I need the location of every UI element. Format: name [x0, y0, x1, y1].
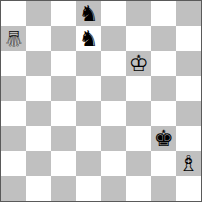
piece-white-king[interactable]: ♔: [129, 51, 149, 76]
square-c3[interactable]: [51, 126, 76, 151]
square-a2[interactable]: [1, 151, 26, 176]
square-e2[interactable]: [101, 151, 126, 176]
square-f8[interactable]: [126, 1, 151, 26]
piece-black-king[interactable]: ♚: [154, 126, 174, 151]
square-d5[interactable]: [76, 76, 101, 101]
square-f3[interactable]: [126, 126, 151, 151]
square-h8[interactable]: [176, 1, 201, 26]
piece-black-knight[interactable]: ♞: [79, 26, 99, 51]
square-a5[interactable]: [1, 76, 26, 101]
square-b3[interactable]: [26, 126, 51, 151]
square-f5[interactable]: [126, 76, 151, 101]
square-f4[interactable]: [126, 101, 151, 126]
piece-white-bishop[interactable]: ♗: [179, 151, 199, 176]
square-g7[interactable]: [151, 26, 176, 51]
square-d7[interactable]: ♞: [76, 26, 101, 51]
square-h7[interactable]: [176, 26, 201, 51]
square-e1[interactable]: [101, 176, 126, 201]
square-a8[interactable]: [1, 1, 26, 26]
square-e3[interactable]: [101, 126, 126, 151]
square-c5[interactable]: [51, 76, 76, 101]
square-b4[interactable]: [26, 101, 51, 126]
square-c6[interactable]: [51, 51, 76, 76]
square-b2[interactable]: [26, 151, 51, 176]
square-b7[interactable]: [26, 26, 51, 51]
square-a7[interactable]: ♕: [1, 26, 26, 51]
square-d6[interactable]: [76, 51, 101, 76]
piece-black-knight[interactable]: ♞: [79, 1, 99, 26]
square-d3[interactable]: [76, 126, 101, 151]
square-e4[interactable]: [101, 101, 126, 126]
square-d1[interactable]: [76, 176, 101, 201]
square-a6[interactable]: [1, 51, 26, 76]
chess-board: ♞♕♞♔♚♗: [0, 0, 202, 202]
square-d8[interactable]: ♞: [76, 1, 101, 26]
square-b6[interactable]: [26, 51, 51, 76]
square-c7[interactable]: [51, 26, 76, 51]
square-a3[interactable]: [1, 126, 26, 151]
square-c2[interactable]: [51, 151, 76, 176]
square-g3[interactable]: ♚: [151, 126, 176, 151]
square-c8[interactable]: [51, 1, 76, 26]
square-g1[interactable]: [151, 176, 176, 201]
square-g5[interactable]: [151, 76, 176, 101]
square-c1[interactable]: [51, 176, 76, 201]
square-g2[interactable]: [151, 151, 176, 176]
square-b8[interactable]: [26, 1, 51, 26]
square-d2[interactable]: [76, 151, 101, 176]
square-f2[interactable]: [126, 151, 151, 176]
square-f6[interactable]: ♔: [126, 51, 151, 76]
square-e5[interactable]: [101, 76, 126, 101]
square-g4[interactable]: [151, 101, 176, 126]
square-d4[interactable]: [76, 101, 101, 126]
square-b1[interactable]: [26, 176, 51, 201]
square-h5[interactable]: [176, 76, 201, 101]
square-c4[interactable]: [51, 101, 76, 126]
square-e8[interactable]: [101, 1, 126, 26]
square-h2[interactable]: ♗: [176, 151, 201, 176]
square-h4[interactable]: [176, 101, 201, 126]
square-e6[interactable]: [101, 51, 126, 76]
square-h3[interactable]: [176, 126, 201, 151]
square-f1[interactable]: [126, 176, 151, 201]
square-f7[interactable]: [126, 26, 151, 51]
square-g6[interactable]: [151, 51, 176, 76]
square-g8[interactable]: [151, 1, 176, 26]
square-h6[interactable]: [176, 51, 201, 76]
square-b5[interactable]: [26, 76, 51, 101]
square-a1[interactable]: [1, 176, 26, 201]
piece-white-grasshopper-inverted-queen[interactable]: ♕: [4, 26, 24, 51]
square-e7[interactable]: [101, 26, 126, 51]
square-a4[interactable]: [1, 101, 26, 126]
square-h1[interactable]: [176, 176, 201, 201]
